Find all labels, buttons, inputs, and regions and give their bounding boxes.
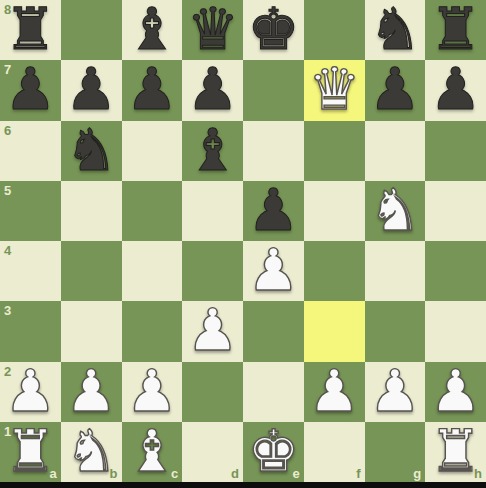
square-d2[interactable]	[182, 362, 243, 422]
square-d7[interactable]: ♟	[182, 60, 243, 120]
square-d5[interactable]	[182, 181, 243, 241]
square-d8[interactable]: ♛	[182, 0, 243, 60]
square-a8[interactable]: 8♜	[0, 0, 61, 60]
square-c6[interactable]	[122, 121, 183, 181]
square-a2[interactable]: 2♟	[0, 362, 61, 422]
square-h8[interactable]: ♜	[425, 0, 486, 60]
square-h7[interactable]: ♟	[425, 60, 486, 120]
square-g3[interactable]	[365, 301, 426, 361]
square-d4[interactable]	[182, 241, 243, 301]
square-a6[interactable]: 6	[0, 121, 61, 181]
square-h1[interactable]: h♜	[425, 422, 486, 482]
square-b4[interactable]	[61, 241, 122, 301]
square-b3[interactable]	[61, 301, 122, 361]
square-a5[interactable]: 5	[0, 181, 61, 241]
white-rook[interactable]: ♜	[430, 421, 482, 481]
white-pawn[interactable]: ♟	[65, 361, 117, 421]
square-g7[interactable]: ♟	[365, 60, 426, 120]
black-pawn[interactable]: ♟	[65, 59, 117, 119]
black-pawn[interactable]: ♟	[369, 59, 421, 119]
white-rook[interactable]: ♜	[4, 421, 56, 481]
black-bishop[interactable]: ♝	[126, 0, 178, 59]
black-knight[interactable]: ♞	[369, 0, 421, 59]
white-pawn[interactable]: ♟	[430, 361, 482, 421]
square-a4[interactable]: 4	[0, 241, 61, 301]
square-c5[interactable]	[122, 181, 183, 241]
square-c2[interactable]: ♟	[122, 362, 183, 422]
square-b1[interactable]: b♞	[61, 422, 122, 482]
square-f5[interactable]	[304, 181, 365, 241]
square-f4[interactable]	[304, 241, 365, 301]
square-e8[interactable]: ♚	[243, 0, 304, 60]
white-pawn[interactable]: ♟	[247, 240, 299, 300]
white-knight[interactable]: ♞	[369, 180, 421, 240]
square-e4[interactable]: ♟	[243, 241, 304, 301]
square-f1[interactable]: f	[304, 422, 365, 482]
black-knight[interactable]: ♞	[65, 120, 117, 180]
square-c3[interactable]	[122, 301, 183, 361]
square-e1[interactable]: e♚	[243, 422, 304, 482]
square-e6[interactable]	[243, 121, 304, 181]
square-h3[interactable]	[425, 301, 486, 361]
white-pawn[interactable]: ♟	[308, 361, 360, 421]
square-h5[interactable]	[425, 181, 486, 241]
square-c7[interactable]: ♟	[122, 60, 183, 120]
white-pawn[interactable]: ♟	[369, 361, 421, 421]
square-e3[interactable]	[243, 301, 304, 361]
chess-app-screenshot: 8♜♝♛♚♞♜7♟♟♟♟♛♟♟6♞♝5♟♞4♟3♟2♟♟♟♟♟♟1a♜b♞c♝d…	[0, 0, 486, 488]
square-g8[interactable]: ♞	[365, 0, 426, 60]
square-b6[interactable]: ♞	[61, 121, 122, 181]
square-a1[interactable]: 1a♜	[0, 422, 61, 482]
square-f3[interactable]	[304, 301, 365, 361]
square-h6[interactable]	[425, 121, 486, 181]
black-pawn[interactable]: ♟	[4, 59, 56, 119]
square-f8[interactable]	[304, 0, 365, 60]
square-d3[interactable]: ♟	[182, 301, 243, 361]
square-g6[interactable]	[365, 121, 426, 181]
square-g1[interactable]: g	[365, 422, 426, 482]
black-pawn[interactable]: ♟	[247, 180, 299, 240]
rank-label-3: 3	[4, 304, 11, 317]
file-label-d: d	[231, 467, 239, 480]
square-b8[interactable]	[61, 0, 122, 60]
white-pawn[interactable]: ♟	[4, 361, 56, 421]
black-pawn[interactable]: ♟	[126, 59, 178, 119]
square-h2[interactable]: ♟	[425, 362, 486, 422]
square-d6[interactable]: ♝	[182, 121, 243, 181]
square-a3[interactable]: 3	[0, 301, 61, 361]
square-f7[interactable]: ♛	[304, 60, 365, 120]
square-c4[interactable]	[122, 241, 183, 301]
square-g4[interactable]	[365, 241, 426, 301]
square-f2[interactable]: ♟	[304, 362, 365, 422]
white-knight[interactable]: ♞	[65, 421, 117, 481]
square-e7[interactable]	[243, 60, 304, 120]
white-pawn[interactable]: ♟	[187, 300, 239, 360]
black-bishop[interactable]: ♝	[187, 120, 239, 180]
square-a7[interactable]: 7♟	[0, 60, 61, 120]
white-bishop[interactable]: ♝	[126, 421, 178, 481]
file-label-g: g	[413, 467, 421, 480]
rank-label-4: 4	[4, 244, 11, 257]
square-d1[interactable]: d	[182, 422, 243, 482]
square-g5[interactable]: ♞	[365, 181, 426, 241]
file-label-f: f	[356, 467, 360, 480]
square-b2[interactable]: ♟	[61, 362, 122, 422]
chess-board[interactable]: 8♜♝♛♚♞♜7♟♟♟♟♛♟♟6♞♝5♟♞4♟3♟2♟♟♟♟♟♟1a♜b♞c♝d…	[0, 0, 486, 482]
square-b7[interactable]: ♟	[61, 60, 122, 120]
black-queen[interactable]: ♛	[187, 0, 239, 59]
square-e5[interactable]: ♟	[243, 181, 304, 241]
black-rook[interactable]: ♜	[4, 0, 56, 59]
square-c1[interactable]: c♝	[122, 422, 183, 482]
rank-label-5: 5	[4, 184, 11, 197]
square-f6[interactable]	[304, 121, 365, 181]
black-rook[interactable]: ♜	[430, 0, 482, 59]
rank-label-6: 6	[4, 124, 11, 137]
square-h4[interactable]	[425, 241, 486, 301]
square-b5[interactable]	[61, 181, 122, 241]
square-g2[interactable]: ♟	[365, 362, 426, 422]
white-king[interactable]: ♚	[247, 421, 299, 481]
white-pawn[interactable]: ♟	[126, 361, 178, 421]
white-queen[interactable]: ♛	[308, 59, 360, 119]
black-pawn[interactable]: ♟	[430, 59, 482, 119]
black-pawn[interactable]: ♟	[187, 59, 239, 119]
square-c8[interactable]: ♝	[122, 0, 183, 60]
black-king[interactable]: ♚	[247, 0, 299, 59]
square-e2[interactable]	[243, 362, 304, 422]
